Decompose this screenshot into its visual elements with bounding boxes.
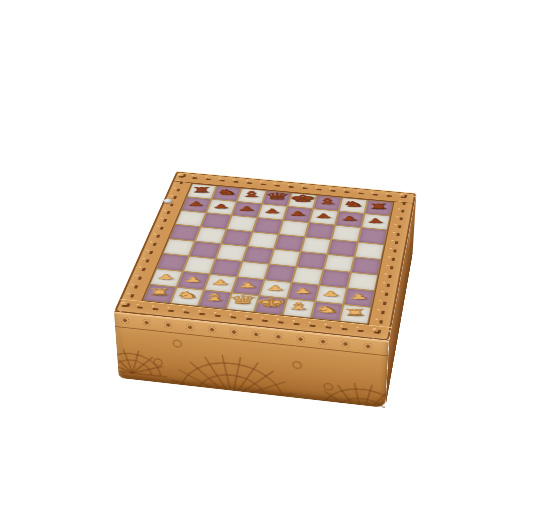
square-f2[interactable]: ♟ [288, 283, 318, 301]
piece-white-pawn-c2[interactable]: ♟ [205, 279, 234, 286]
square-h3[interactable] [348, 273, 377, 290]
piece-shadow [259, 302, 281, 310]
square-d3[interactable] [238, 262, 268, 279]
square-c4[interactable] [217, 244, 247, 260]
square-f8[interactable]: ♝ [314, 196, 341, 211]
piece-shadow [237, 283, 259, 290]
spiral-motif [173, 340, 182, 348]
chess-set-photo: ♜♞♝♛♚♝♞♜♟♟♟♟♟♟♟♟♟♟♟♟♟♟♟♟♜♞♝♛♚♝♞♜ [0, 0, 533, 532]
piece-white-pawn-f2[interactable]: ♟ [288, 287, 317, 294]
piece-shadow [209, 280, 231, 287]
piece-white-bishop-c1[interactable]: ♝ [199, 292, 229, 302]
square-a1[interactable]: ♜ [144, 285, 176, 303]
square-e8[interactable]: ♚ [289, 193, 316, 208]
piece-white-rook-h1[interactable]: ♜ [340, 307, 370, 316]
square-e2[interactable]: ♟ [261, 280, 291, 298]
square-f4[interactable] [297, 252, 326, 269]
piece-red-knight-b8[interactable]: ♞ [213, 188, 240, 196]
fan-motif [312, 378, 389, 408]
piece-shadow [231, 299, 253, 307]
square-e3[interactable] [266, 265, 296, 282]
fan-motif [114, 346, 167, 377]
square-a4[interactable] [164, 239, 194, 255]
square-b2[interactable]: ♟ [178, 272, 209, 289]
piece-white-knight-g1[interactable]: ♞ [311, 304, 341, 313]
square-a5[interactable] [170, 225, 199, 241]
piece-red-bishop-f8[interactable]: ♝ [313, 197, 340, 205]
square-d2[interactable]: ♟ [233, 278, 263, 295]
piece-shadow [287, 305, 309, 313]
square-a3[interactable] [157, 254, 187, 271]
square-g3[interactable] [321, 270, 350, 287]
square-d6[interactable] [254, 218, 282, 233]
piece-red-pawn-d7[interactable]: ♟ [258, 208, 285, 214]
square-b6[interactable] [202, 213, 231, 228]
square-f5[interactable] [302, 238, 330, 254]
square-h4[interactable] [352, 258, 380, 275]
square-h6[interactable] [359, 228, 386, 244]
square-f1[interactable]: ♝ [284, 299, 314, 317]
square-e1[interactable]: ♚ [255, 296, 286, 314]
square-g8[interactable]: ♞ [340, 198, 367, 213]
square-c5[interactable] [222, 230, 251, 246]
piece-white-pawn-h2[interactable]: ♟ [344, 293, 374, 300]
square-b4[interactable] [190, 242, 220, 258]
square-c2[interactable]: ♟ [205, 275, 236, 292]
square-b7[interactable]: ♟ [207, 200, 235, 215]
piece-red-knight-g8[interactable]: ♞ [339, 200, 366, 208]
square-g4[interactable] [325, 255, 354, 272]
square-h8[interactable]: ♜ [366, 200, 393, 215]
piece-white-pawn-g2[interactable]: ♟ [316, 290, 346, 297]
square-g5[interactable] [329, 240, 357, 256]
piece-shadow [344, 311, 366, 319]
piece-red-pawn-b7[interactable]: ♟ [207, 203, 234, 209]
square-c6[interactable] [228, 216, 257, 231]
piece-shadow [155, 275, 177, 282]
piece-red-rook-h8[interactable]: ♜ [364, 202, 392, 209]
piece-white-pawn-e2[interactable]: ♟ [260, 284, 289, 291]
piece-red-pawn-c7[interactable]: ♟ [233, 205, 260, 211]
square-c8[interactable]: ♝ [238, 189, 266, 204]
square-e4[interactable] [270, 250, 299, 266]
piece-shadow [348, 294, 370, 302]
square-g2[interactable]: ♟ [316, 286, 346, 304]
piece-white-king-e1[interactable]: ♚ [255, 296, 285, 307]
square-a7[interactable]: ♟ [182, 197, 211, 212]
piece-red-pawn-h7[interactable]: ♟ [361, 218, 389, 224]
square-h2[interactable]: ♟ [344, 289, 373, 307]
piece-shadow [292, 289, 314, 297]
square-g7[interactable]: ♟ [336, 212, 363, 227]
box-top: ♜♞♝♛♚♝♞♜♟♟♟♟♟♟♟♟♟♟♟♟♟♟♟♟♜♞♝♛♚♝♞♜ [114, 171, 416, 341]
piece-white-knight-b1[interactable]: ♞ [172, 290, 202, 299]
square-e5[interactable] [275, 235, 304, 251]
piece-white-pawn-a2[interactable]: ♟ [151, 273, 180, 280]
square-b8[interactable]: ♞ [213, 186, 241, 200]
piece-white-rook-a1[interactable]: ♜ [144, 287, 174, 296]
square-d1[interactable]: ♛ [227, 294, 258, 312]
square-f3[interactable] [293, 267, 322, 284]
chess-box: ♜♞♝♛♚♝♞♜♟♟♟♟♟♟♟♟♟♟♟♟♟♟♟♟♜♞♝♛♚♝♞♜ [114, 171, 416, 341]
spiral-motif [324, 383, 333, 391]
square-g1[interactable]: ♞ [312, 302, 342, 320]
square-e7[interactable]: ♟ [284, 207, 312, 222]
square-c7[interactable]: ♟ [233, 202, 261, 217]
piece-shadow [176, 293, 199, 301]
square-f7[interactable]: ♟ [310, 209, 337, 224]
fan-motif [167, 349, 296, 406]
square-h7[interactable]: ♟ [362, 214, 389, 229]
square-f6[interactable] [306, 223, 334, 239]
square-b3[interactable] [184, 257, 214, 274]
piece-white-bishop-f1[interactable]: ♝ [283, 301, 313, 311]
spiral-motif [293, 361, 301, 369]
square-h1[interactable]: ♜ [341, 305, 371, 323]
square-b1[interactable]: ♞ [171, 288, 202, 306]
square-d8[interactable]: ♛ [263, 191, 290, 206]
square-d5[interactable] [249, 232, 278, 248]
piece-shadow [148, 291, 171, 299]
square-c1[interactable]: ♝ [199, 291, 230, 309]
piece-white-pawn-b2[interactable]: ♟ [178, 276, 207, 283]
square-h5[interactable] [356, 243, 384, 259]
piece-white-queen-d1[interactable]: ♛ [227, 294, 257, 305]
square-a2[interactable]: ♟ [151, 269, 182, 286]
piece-red-bishop-c8[interactable]: ♝ [238, 190, 265, 198]
piece-red-rook-a8[interactable]: ♜ [188, 186, 215, 193]
square-a8[interactable]: ♜ [188, 184, 216, 198]
piece-red-pawn-e7[interactable]: ♟ [284, 210, 311, 216]
piece-red-pawn-g7[interactable]: ♟ [335, 215, 363, 221]
piece-red-king-e8[interactable]: ♚ [288, 193, 315, 202]
piece-shadow [320, 292, 342, 300]
piece-shadow [264, 286, 286, 293]
piece-shadow [203, 296, 226, 304]
square-d7[interactable]: ♟ [258, 204, 286, 219]
square-g6[interactable] [332, 226, 360, 242]
square-a6[interactable] [176, 211, 205, 226]
piece-shadow [182, 277, 204, 284]
square-b5[interactable] [196, 227, 225, 243]
square-e6[interactable] [280, 221, 308, 237]
piece-red-pawn-a7[interactable]: ♟ [182, 201, 209, 207]
piece-shadow [316, 308, 338, 316]
square-d4[interactable] [244, 247, 273, 263]
piece-red-pawn-f7[interactable]: ♟ [310, 213, 337, 219]
piece-red-queen-d8[interactable]: ♛ [263, 191, 290, 200]
piece-white-pawn-d2[interactable]: ♟ [233, 282, 262, 289]
square-c3[interactable] [211, 259, 241, 276]
